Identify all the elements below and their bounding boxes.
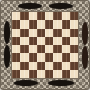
board-square — [12, 20, 20, 28]
board-square — [62, 20, 70, 28]
board-square — [53, 70, 61, 78]
board-square — [29, 45, 37, 53]
board-square — [20, 37, 28, 45]
board-square — [53, 20, 61, 28]
board-square — [20, 70, 28, 78]
board-square — [29, 20, 37, 28]
frame-inlay-top-right — [49, 3, 73, 9]
board-square — [70, 45, 78, 53]
board-square — [45, 45, 53, 53]
chessboard — [11, 11, 79, 79]
board-square — [20, 62, 28, 70]
board-square — [29, 37, 37, 45]
board-square — [62, 12, 70, 20]
board-square — [53, 12, 61, 20]
board-square — [20, 20, 28, 28]
board-square — [37, 29, 45, 37]
chessboard-photo — [0, 0, 90, 90]
frame-inlay-right-upper — [82, 22, 88, 45]
board-square — [20, 29, 28, 37]
board-square — [37, 37, 45, 45]
board-square — [45, 29, 53, 37]
frame-inlay-left-lower — [4, 45, 10, 68]
frame-inlay-bottom-left — [14, 80, 38, 86]
board-square — [20, 45, 28, 53]
board-square — [53, 45, 61, 53]
board-square — [45, 70, 53, 78]
board-square — [37, 12, 45, 20]
board-square — [53, 29, 61, 37]
board-square — [12, 62, 20, 70]
board-square — [37, 53, 45, 61]
board-square — [62, 37, 70, 45]
frame-inlay-left-upper — [4, 21, 10, 44]
board-square — [12, 12, 20, 20]
board-square — [62, 45, 70, 53]
board-square — [62, 53, 70, 61]
board-square — [70, 53, 78, 61]
frame-inlay-bottom-right — [48, 80, 74, 86]
board-square — [45, 20, 53, 28]
board-square — [29, 53, 37, 61]
frame-inlay-top-left — [18, 3, 42, 9]
board-square — [12, 37, 20, 45]
board-square — [53, 53, 61, 61]
board-square — [53, 62, 61, 70]
board-square — [37, 70, 45, 78]
board-square — [45, 12, 53, 20]
board-square — [62, 62, 70, 70]
board-square — [70, 20, 78, 28]
board-square — [20, 12, 28, 20]
board-square — [53, 37, 61, 45]
board-square — [29, 70, 37, 78]
board-square — [29, 62, 37, 70]
board-square — [12, 45, 20, 53]
board-square — [12, 70, 20, 78]
board-square — [45, 53, 53, 61]
board-square — [70, 29, 78, 37]
board-square — [37, 62, 45, 70]
frame-inlay-right-lower — [82, 46, 88, 69]
board-square — [70, 62, 78, 70]
board-square — [70, 70, 78, 78]
board-square — [12, 29, 20, 37]
board-square — [29, 12, 37, 20]
board-square — [12, 53, 20, 61]
board-square — [20, 53, 28, 61]
board-square — [37, 45, 45, 53]
board-square — [62, 29, 70, 37]
board-square — [29, 29, 37, 37]
board-square — [37, 20, 45, 28]
board-square — [70, 12, 78, 20]
board-square — [62, 70, 70, 78]
board-square — [70, 37, 78, 45]
board-square — [45, 62, 53, 70]
board-square — [45, 37, 53, 45]
